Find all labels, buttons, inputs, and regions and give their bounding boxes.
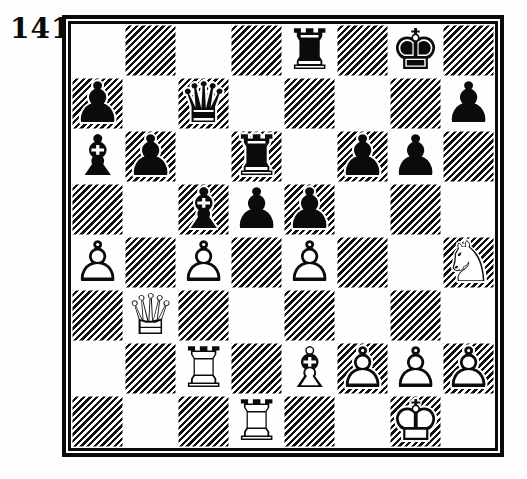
black-king: ♚ — [389, 24, 442, 77]
square-a1 — [71, 395, 124, 448]
piece-ink-layer: ♟ — [283, 182, 336, 235]
square-d4 — [230, 236, 283, 289]
piece-ink-layer: ♝ — [71, 129, 124, 182]
square-a6: ♝ — [71, 130, 124, 183]
white-pawn: ♟♙ — [283, 236, 336, 289]
square-c7: ♛ — [177, 77, 230, 130]
piece-ink-layer: ♟ — [124, 129, 177, 182]
piece-ink-layer: ♚ — [389, 23, 442, 76]
square-c4: ♟♙ — [177, 236, 230, 289]
piece-ink-layer: ♔ — [389, 394, 442, 447]
chess-board: ♜♚♟♛♟♝♟♜♟♟♝♟♟♟♙♟♙♟♙♞♘♛♕♜♖♝♗♟♙♟♙♟♙♜♖♚♔ — [62, 15, 504, 457]
board-grid: ♜♚♟♛♟♝♟♜♟♟♝♟♟♟♙♟♙♟♙♞♘♛♕♜♖♝♗♟♙♟♙♟♙♜♖♚♔ — [71, 24, 495, 448]
square-d3 — [230, 289, 283, 342]
white-pawn: ♟♙ — [177, 236, 230, 289]
piece-ink-layer: ♘ — [442, 235, 495, 288]
piece-ink-layer: ♙ — [283, 235, 336, 288]
piece-ink-layer: ♙ — [71, 235, 124, 288]
square-h6 — [442, 130, 495, 183]
piece-ink-layer: ♜ — [230, 129, 283, 182]
white-rook: ♜♖ — [177, 342, 230, 395]
black-pawn: ♟ — [442, 77, 495, 130]
square-a3 — [71, 289, 124, 342]
white-rook: ♜♖ — [230, 395, 283, 448]
square-e8: ♜ — [283, 24, 336, 77]
square-f5 — [336, 183, 389, 236]
piece-ink-layer: ♕ — [124, 288, 177, 341]
square-b8 — [124, 24, 177, 77]
piece-ink-layer: ♗ — [283, 341, 336, 394]
square-d8 — [230, 24, 283, 77]
black-bishop: ♝ — [71, 130, 124, 183]
piece-ink-layer: ♟ — [71, 76, 124, 129]
board-outer-frame: ♜♚♟♛♟♝♟♜♟♟♝♟♟♟♙♟♙♟♙♞♘♛♕♜♖♝♗♟♙♟♙♟♙♜♖♚♔ — [62, 15, 504, 457]
square-b6: ♟ — [124, 130, 177, 183]
piece-ink-layer: ♙ — [177, 235, 230, 288]
white-king: ♚♔ — [389, 395, 442, 448]
square-f6: ♟ — [336, 130, 389, 183]
square-d5: ♟ — [230, 183, 283, 236]
board-inner-frame: ♜♚♟♛♟♝♟♜♟♟♝♟♟♟♙♟♙♟♙♞♘♛♕♜♖♝♗♟♙♟♙♟♙♜♖♚♔ — [68, 21, 498, 451]
square-g6: ♟ — [389, 130, 442, 183]
square-e1 — [283, 395, 336, 448]
piece-ink-layer: ♟ — [230, 182, 283, 235]
square-f1 — [336, 395, 389, 448]
square-g1: ♚♔ — [389, 395, 442, 448]
square-b3: ♛♕ — [124, 289, 177, 342]
white-pawn: ♟♙ — [336, 342, 389, 395]
black-pawn: ♟ — [230, 183, 283, 236]
piece-ink-layer: ♟ — [389, 129, 442, 182]
square-g8: ♚ — [389, 24, 442, 77]
white-knight: ♞♘ — [442, 236, 495, 289]
white-pawn: ♟♙ — [442, 342, 495, 395]
square-h2: ♟♙ — [442, 342, 495, 395]
square-g4 — [389, 236, 442, 289]
piece-ink-layer: ♟ — [336, 129, 389, 182]
piece-ink-layer: ♙ — [336, 341, 389, 394]
piece-ink-layer: ♙ — [442, 341, 495, 394]
black-pawn: ♟ — [124, 130, 177, 183]
square-b1 — [124, 395, 177, 448]
square-e7 — [283, 77, 336, 130]
piece-ink-layer: ♜ — [283, 23, 336, 76]
white-bishop: ♝♗ — [283, 342, 336, 395]
piece-ink-layer: ♛ — [177, 76, 230, 129]
square-g5 — [389, 183, 442, 236]
square-f4 — [336, 236, 389, 289]
square-b5 — [124, 183, 177, 236]
black-pawn: ♟ — [336, 130, 389, 183]
square-h1 — [442, 395, 495, 448]
square-c2: ♜♖ — [177, 342, 230, 395]
square-f8 — [336, 24, 389, 77]
square-d1: ♜♖ — [230, 395, 283, 448]
square-c1 — [177, 395, 230, 448]
square-a2 — [71, 342, 124, 395]
piece-ink-layer: ♖ — [230, 394, 283, 447]
piece-ink-layer: ♖ — [177, 341, 230, 394]
black-rook: ♜ — [283, 24, 336, 77]
white-queen: ♛♕ — [124, 289, 177, 342]
square-h7: ♟ — [442, 77, 495, 130]
square-b2 — [124, 342, 177, 395]
black-queen: ♛ — [177, 77, 230, 130]
square-h4: ♞♘ — [442, 236, 495, 289]
square-a4: ♟♙ — [71, 236, 124, 289]
square-f2: ♟♙ — [336, 342, 389, 395]
piece-ink-layer: ♝ — [177, 182, 230, 235]
white-pawn: ♟♙ — [71, 236, 124, 289]
piece-ink-layer: ♙ — [389, 341, 442, 394]
black-pawn: ♟ — [389, 130, 442, 183]
square-e2: ♝♗ — [283, 342, 336, 395]
square-e4: ♟♙ — [283, 236, 336, 289]
piece-ink-layer: ♟ — [442, 76, 495, 129]
